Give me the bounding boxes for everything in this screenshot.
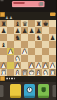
piece-black-knight[interactable]: ♞ [36, 34, 42, 41]
piece-white-rook[interactable]: ♜ [50, 69, 56, 76]
chess-board: ♜♝♛♜♚♟♟♟♟♟♞♞♟♝♟♟♞♟♟♟♟♟♟♜♝♛♚♝♞♜ [0, 20, 56, 76]
square-b6[interactable] [7, 34, 14, 41]
square-f4[interactable] [35, 48, 42, 55]
piece-white-rook[interactable]: ♜ [1, 69, 7, 76]
square-f5[interactable] [35, 41, 42, 48]
piece-white-king[interactable]: ♚ [29, 69, 35, 76]
status-dot [1, 0, 4, 1]
square-h8[interactable] [49, 20, 56, 27]
powerup-card-shield[interactable] [38, 84, 49, 98]
square-b4[interactable]: ♟ [7, 48, 14, 55]
piece-black-pawn[interactable]: ♟ [50, 34, 56, 41]
piece-white-knight[interactable]: ♞ [43, 69, 49, 76]
piece-black-pawn[interactable]: ♟ [22, 27, 28, 34]
powerup-panel [0, 82, 56, 100]
square-g7[interactable] [42, 27, 49, 34]
square-e1[interactable]: ♚ [28, 69, 35, 76]
shield-icon [41, 87, 45, 92]
piece-black-pawn[interactable]: ♟ [1, 27, 7, 34]
powerup-card-stub-right[interactable] [53, 85, 57, 97]
square-d7[interactable]: ♟ [21, 27, 28, 34]
square-h4[interactable] [49, 48, 56, 55]
square-b3[interactable] [7, 55, 14, 62]
square-e5[interactable] [28, 41, 35, 48]
square-c1[interactable]: ♝ [14, 69, 21, 76]
square-h1[interactable]: ♜ [49, 69, 56, 76]
powerup-card-stub-left[interactable] [0, 85, 4, 97]
piece-black-bishop[interactable]: ♝ [1, 41, 7, 48]
square-h5[interactable] [49, 41, 56, 48]
piece-white-pawn[interactable]: ♟ [22, 48, 28, 55]
square-e4[interactable] [28, 48, 35, 55]
piece-black-knight[interactable]: ♞ [15, 34, 21, 41]
square-a4[interactable] [0, 48, 7, 55]
square-f6[interactable]: ♞ [35, 34, 42, 41]
square-g5[interactable] [42, 41, 49, 48]
powerup-card-pawn[interactable] [10, 84, 21, 98]
captured-pieces-tray: ♟♟ [5, 16, 12, 20]
square-e7[interactable]: ♟ [28, 27, 35, 34]
player-avatar[interactable] [0, 76, 5, 81]
square-d3[interactable] [21, 55, 28, 62]
top-bar [0, 0, 56, 12]
banner-text [14, 2, 25, 4]
piece-white-bishop[interactable]: ♝ [15, 69, 21, 76]
square-b1[interactable] [7, 69, 14, 76]
square-g4[interactable] [42, 48, 49, 55]
square-f1[interactable]: ♝ [35, 69, 42, 76]
square-g6[interactable] [42, 34, 49, 41]
square-b8[interactable] [7, 20, 14, 27]
captured-piece-icon: ♟ [9, 16, 12, 20]
square-c5[interactable] [14, 41, 21, 48]
square-a7[interactable]: ♟ [0, 27, 7, 34]
piece-white-pawn[interactable]: ♟ [8, 48, 14, 55]
square-d4[interactable]: ♟ [21, 48, 28, 55]
square-g1[interactable]: ♞ [42, 69, 49, 76]
square-g8[interactable]: ♚ [42, 20, 49, 27]
piece-black-king[interactable]: ♚ [43, 20, 49, 27]
piece-white-queen[interactable]: ♛ [22, 69, 28, 76]
app-root: ♟♟ ♜♝♛♜♚♟♟♟♟♟♞♞♟♝♟♟♞♟♟♟♟♟♟♜♝♛♚♝♞♜ [0, 0, 56, 100]
powerup-card-clock[interactable] [24, 84, 35, 98]
opponent-avatar[interactable] [0, 12, 5, 17]
promo-banner[interactable] [12, 1, 45, 8]
square-c6[interactable]: ♞ [14, 34, 21, 41]
square-b7[interactable] [7, 27, 14, 34]
square-d6[interactable] [21, 34, 28, 41]
player-name [6, 78, 15, 80]
piece-icon [40, 2, 44, 6]
square-a5[interactable]: ♝ [0, 41, 7, 48]
opponent-timer-badge [50, 13, 56, 17]
square-e6[interactable] [28, 34, 35, 41]
square-h6[interactable]: ♟ [49, 34, 56, 41]
square-a1[interactable]: ♜ [0, 69, 7, 76]
square-d1[interactable]: ♛ [21, 69, 28, 76]
clock-icon [26, 87, 32, 93]
piece-white-bishop[interactable]: ♝ [36, 69, 42, 76]
square-b2[interactable] [7, 62, 14, 69]
piece-black-pawn[interactable]: ♟ [29, 27, 35, 34]
